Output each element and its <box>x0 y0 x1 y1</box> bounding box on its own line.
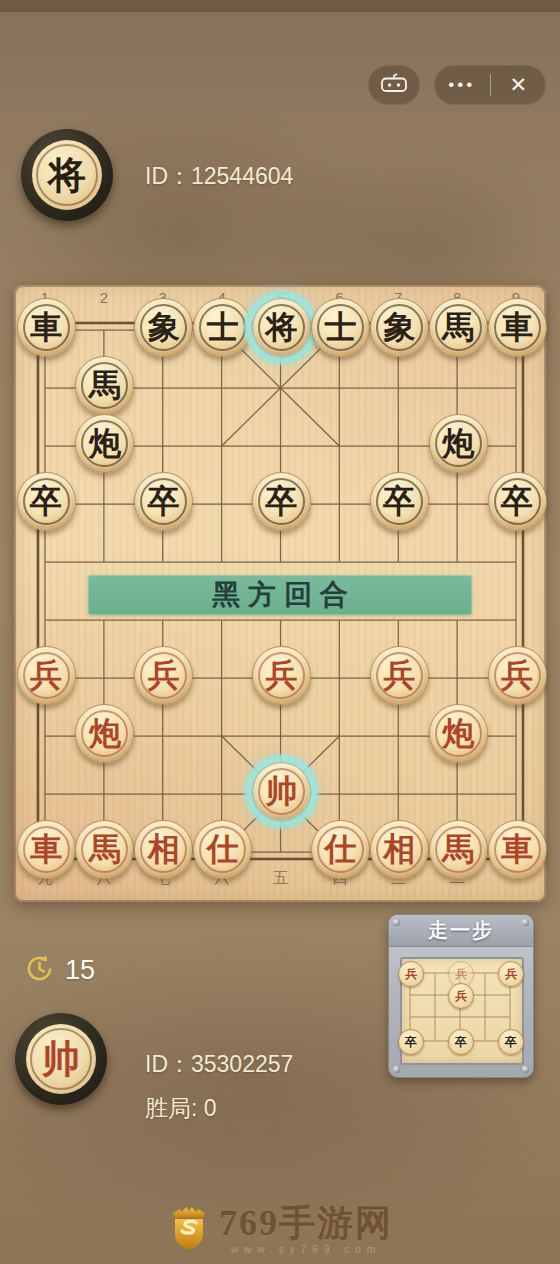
screw-icon <box>393 919 400 926</box>
mini-piece-black-卒: 卒 <box>398 1029 424 1055</box>
close-button[interactable]: ✕ <box>491 66 547 104</box>
opponent-avatar-piece: 将 <box>32 140 102 210</box>
piece-red-兵-f1r6[interactable]: 兵 <box>17 646 76 705</box>
puzzle-mini-board: 兵兵兵兵卒卒卒 <box>400 957 524 1065</box>
piece-red-馬-f2r9[interactable]: 馬 <box>75 820 134 879</box>
piece-black-馬-f2r1[interactable]: 馬 <box>75 356 134 415</box>
player-id: ID：35302257 <box>145 1049 293 1080</box>
player-wins: 胜局: 0 <box>145 1093 217 1124</box>
piece-black-車-f9r0[interactable]: 車 <box>488 298 547 357</box>
piece-red-車-f1r9[interactable]: 車 <box>17 820 76 879</box>
piece-red-兵-f9r6[interactable]: 兵 <box>488 646 547 705</box>
piece-black-士-f6r0[interactable]: 士 <box>311 298 370 357</box>
piece-black-炮-f2r2[interactable]: 炮 <box>75 414 134 473</box>
piece-red-帅-f5r8[interactable]: 帅 <box>252 762 311 821</box>
capsule-menu: ••• ✕ <box>434 65 546 105</box>
status-bar-strip <box>0 0 560 12</box>
piece-black-卒-f9r3[interactable]: 卒 <box>488 472 547 531</box>
xiangqi-board[interactable]: 黑方回合 123456789九八七六五四三二一車象士将士象馬車馬炮炮卒卒卒卒卒兵… <box>14 285 546 902</box>
mini-piece-black-卒: 卒 <box>448 1029 474 1055</box>
player-avatar[interactable]: 帅 <box>15 1013 107 1105</box>
screw-icon <box>522 919 529 926</box>
piece-red-兵-f5r6[interactable]: 兵 <box>252 646 311 705</box>
puzzle-panel-title: 走一步 <box>389 915 533 947</box>
piece-black-車-f1r0[interactable]: 車 <box>17 298 76 357</box>
site-watermark: 769手游网 www.sy769.com <box>167 1203 393 1257</box>
piece-black-象-f3r0[interactable]: 象 <box>134 298 193 357</box>
more-button[interactable]: ••• <box>434 65 490 105</box>
piece-black-卒-f3r3[interactable]: 卒 <box>134 472 193 531</box>
one-move-puzzle-panel[interactable]: 走一步 兵兵兵兵卒卒卒 <box>388 914 534 1078</box>
watermark-url: www.sy769.com <box>231 1244 381 1255</box>
undo-clock-icon[interactable] <box>24 953 55 988</box>
piece-black-卒-f1r3[interactable]: 卒 <box>17 472 76 531</box>
file-label-top: 2 <box>93 289 115 306</box>
piece-red-馬-f8r9[interactable]: 馬 <box>429 820 488 879</box>
piece-red-仕-f4r9[interactable]: 仕 <box>193 820 252 879</box>
piece-black-卒-f5r3[interactable]: 卒 <box>252 472 311 531</box>
piece-red-炮-f8r7[interactable]: 炮 <box>429 704 488 763</box>
undo-count: 15 <box>65 955 95 986</box>
player-avatar-piece: 帅 <box>26 1024 96 1094</box>
game-center-button[interactable] <box>368 65 420 105</box>
piece-black-炮-f8r2[interactable]: 炮 <box>429 414 488 473</box>
mini-piece-red-兵: 兵 <box>498 961 524 987</box>
turn-banner: 黑方回合 <box>88 575 472 615</box>
mini-piece-red-兵: 兵 <box>448 983 474 1009</box>
piece-red-炮-f2r7[interactable]: 炮 <box>75 704 134 763</box>
watermark-brand: 769手游网 <box>219 1205 393 1241</box>
screw-icon <box>522 1066 529 1073</box>
gamepad-icon <box>381 72 407 98</box>
piece-black-将-f5r0[interactable]: 将 <box>252 298 311 357</box>
piece-black-卒-f7r3[interactable]: 卒 <box>370 472 429 531</box>
piece-red-兵-f3r6[interactable]: 兵 <box>134 646 193 705</box>
mini-piece-black-卒: 卒 <box>498 1029 524 1055</box>
opponent-avatar[interactable]: 将 <box>21 129 113 221</box>
piece-red-相-f7r9[interactable]: 相 <box>370 820 429 879</box>
piece-red-仕-f6r9[interactable]: 仕 <box>311 820 370 879</box>
piece-red-車-f9r9[interactable]: 車 <box>488 820 547 879</box>
screw-icon <box>393 1066 400 1073</box>
piece-black-馬-f8r0[interactable]: 馬 <box>429 298 488 357</box>
piece-black-象-f7r0[interactable]: 象 <box>370 298 429 357</box>
piece-red-兵-f7r6[interactable]: 兵 <box>370 646 429 705</box>
watermark-shield-logo-icon <box>167 1203 211 1257</box>
file-label-bottom: 五 <box>270 869 292 888</box>
opponent-id: ID：12544604 <box>145 161 293 192</box>
piece-red-相-f3r9[interactable]: 相 <box>134 820 193 879</box>
mini-piece-red-兵: 兵 <box>398 961 424 987</box>
